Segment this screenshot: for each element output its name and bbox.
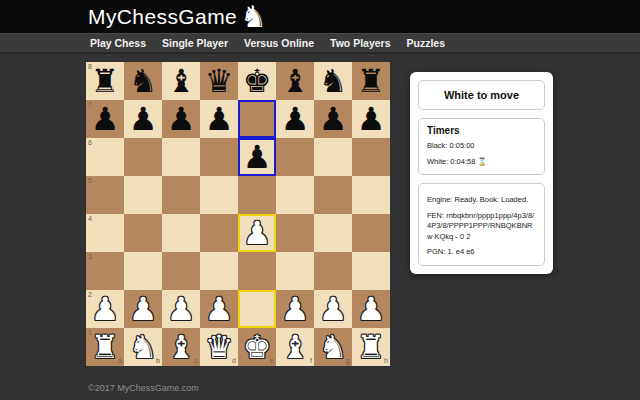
square-f6[interactable] xyxy=(276,138,314,176)
square-e7[interactable] xyxy=(238,100,276,138)
game-info-panel: White to move Timers Black: 0:05:00 Whit… xyxy=(410,72,553,274)
rank-label-5: 5 xyxy=(88,177,92,185)
white-timer: White: 0:04:58 ⌛ xyxy=(427,157,536,168)
square-b1[interactable]: b♞ xyxy=(124,328,162,366)
square-g8[interactable]: ♞ xyxy=(314,62,352,100)
square-g1[interactable]: g♞ xyxy=(314,328,352,366)
white-timer-value: White: 0:04:58 xyxy=(427,157,475,166)
black-pawn[interactable]: ♟ xyxy=(314,100,352,138)
timers-section: Timers Black: 0:05:00 White: 0:04:58 ⌛ xyxy=(418,118,545,175)
square-h7[interactable]: ♟ xyxy=(352,100,390,138)
square-b7[interactable]: ♟ xyxy=(124,100,162,138)
square-h2[interactable]: ♟ xyxy=(352,290,390,328)
main-nav: Play Chess Single Player Versus Online T… xyxy=(0,33,640,54)
square-g6[interactable] xyxy=(314,138,352,176)
square-c7[interactable]: ♟ xyxy=(162,100,200,138)
fen-text: FEN: rnbqkbnr/pppp1ppp/4p3/8/4P3/8/PPPP1… xyxy=(427,211,536,243)
white-pawn[interactable]: ♟ xyxy=(86,290,124,328)
square-f5[interactable] xyxy=(276,176,314,214)
square-g5[interactable] xyxy=(314,176,352,214)
square-b5[interactable] xyxy=(124,176,162,214)
white-king[interactable]: ♚ xyxy=(238,328,276,366)
square-f7[interactable]: ♟ xyxy=(276,100,314,138)
square-d8[interactable]: ♛ xyxy=(200,62,238,100)
square-e5[interactable] xyxy=(238,176,276,214)
square-d7[interactable]: ♟ xyxy=(200,100,238,138)
square-a5[interactable]: 5 xyxy=(86,176,124,214)
black-knight[interactable]: ♞ xyxy=(124,62,162,100)
app-title: MyChessGame xyxy=(88,5,237,29)
square-a8[interactable]: 8♜ xyxy=(86,62,124,100)
black-timer: Black: 0:05:00 xyxy=(427,141,536,152)
black-pawn[interactable]: ♟ xyxy=(238,138,276,176)
square-f4[interactable] xyxy=(276,214,314,252)
white-pawn[interactable]: ♟ xyxy=(124,290,162,328)
white-pawn[interactable]: ♟ xyxy=(314,290,352,328)
square-f1[interactable]: f♝ xyxy=(276,328,314,366)
knight-logo-icon: ♞ xyxy=(240,3,267,31)
white-pawn[interactable]: ♟ xyxy=(200,290,238,328)
engine-status: Engine: Ready. Book: Loaded. xyxy=(427,195,536,206)
square-h3[interactable] xyxy=(352,252,390,290)
square-b8[interactable]: ♞ xyxy=(124,62,162,100)
square-b2[interactable]: ♟ xyxy=(124,290,162,328)
square-d1[interactable]: d♛ xyxy=(200,328,238,366)
white-rook[interactable]: ♜ xyxy=(352,328,390,366)
white-pawn[interactable]: ♟ xyxy=(238,214,276,252)
black-bishop[interactable]: ♝ xyxy=(162,62,200,100)
square-b6[interactable] xyxy=(124,138,162,176)
rank-label-4: 4 xyxy=(88,215,92,223)
square-g2[interactable]: ♟ xyxy=(314,290,352,328)
square-d4[interactable] xyxy=(200,214,238,252)
square-g7[interactable]: ♟ xyxy=(314,100,352,138)
pgn-text: PGN: 1. e4 e6 xyxy=(427,247,536,258)
square-a2[interactable]: 2♟ xyxy=(86,290,124,328)
rank-label-6: 6 xyxy=(88,139,92,147)
square-e8[interactable]: ♚ xyxy=(238,62,276,100)
nav-item-play-chess[interactable]: Play Chess xyxy=(90,37,146,49)
square-e1[interactable]: e♚ xyxy=(238,328,276,366)
square-h1[interactable]: h♜ xyxy=(352,328,390,366)
square-d3[interactable] xyxy=(200,252,238,290)
rank-label-3: 3 xyxy=(88,253,92,261)
nav-item-versus-online[interactable]: Versus Online xyxy=(244,37,314,49)
square-d2[interactable]: ♟ xyxy=(200,290,238,328)
square-g4[interactable] xyxy=(314,214,352,252)
square-a6[interactable]: 6 xyxy=(86,138,124,176)
black-pawn[interactable]: ♟ xyxy=(276,100,314,138)
square-c8[interactable]: ♝ xyxy=(162,62,200,100)
square-h6[interactable] xyxy=(352,138,390,176)
square-d6[interactable] xyxy=(200,138,238,176)
white-pawn[interactable]: ♟ xyxy=(162,290,200,328)
nav-item-two-players[interactable]: Two Players xyxy=(330,37,391,49)
white-pawn[interactable]: ♟ xyxy=(276,290,314,328)
copyright-text: ©2017 MyChessGame.com xyxy=(88,383,199,393)
white-bishop[interactable]: ♝ xyxy=(162,328,200,366)
engine-section: Engine: Ready. Book: Loaded. FEN: rnbqkb… xyxy=(418,183,545,266)
white-rook[interactable]: ♜ xyxy=(86,328,124,366)
square-a1[interactable]: 1a♜ xyxy=(86,328,124,366)
square-h4[interactable] xyxy=(352,214,390,252)
black-rook[interactable]: ♜ xyxy=(86,62,124,100)
square-b3[interactable] xyxy=(124,252,162,290)
square-c2[interactable]: ♟ xyxy=(162,290,200,328)
white-pawn[interactable]: ♟ xyxy=(352,290,390,328)
square-c1[interactable]: c♝ xyxy=(162,328,200,366)
black-queen[interactable]: ♛ xyxy=(200,62,238,100)
white-bishop[interactable]: ♝ xyxy=(276,328,314,366)
square-h8[interactable]: ♜ xyxy=(352,62,390,100)
turn-indicator: White to move xyxy=(418,80,545,110)
nav-item-single-player[interactable]: Single Player xyxy=(162,37,228,49)
black-king[interactable]: ♚ xyxy=(238,62,276,100)
square-f2[interactable]: ♟ xyxy=(276,290,314,328)
square-e6[interactable]: ♟ xyxy=(238,138,276,176)
square-b4[interactable] xyxy=(124,214,162,252)
square-a4[interactable]: 4 xyxy=(86,214,124,252)
square-d5[interactable] xyxy=(200,176,238,214)
black-pawn[interactable]: ♟ xyxy=(124,100,162,138)
black-knight[interactable]: ♞ xyxy=(314,62,352,100)
square-e3[interactable] xyxy=(238,252,276,290)
black-pawn[interactable]: ♟ xyxy=(352,100,390,138)
square-a7[interactable]: 7♟ xyxy=(86,100,124,138)
black-pawn[interactable]: ♟ xyxy=(162,100,200,138)
white-knight[interactable]: ♞ xyxy=(314,328,352,366)
square-g3[interactable] xyxy=(314,252,352,290)
square-e2[interactable] xyxy=(238,290,276,328)
square-a3[interactable]: 3 xyxy=(86,252,124,290)
turn-status-text: White to move xyxy=(427,87,536,103)
chess-board: 8♜♞♝♛♚♝♞♜7♟♟♟♟♟♟♟6♟54♟32♟♟♟♟♟♟♟1a♜b♞c♝d♛… xyxy=(86,62,390,366)
nav-item-puzzles[interactable]: Puzzles xyxy=(407,37,446,49)
square-c6[interactable] xyxy=(162,138,200,176)
black-bishop[interactable]: ♝ xyxy=(276,62,314,100)
white-queen[interactable]: ♛ xyxy=(200,328,238,366)
black-pawn[interactable]: ♟ xyxy=(86,100,124,138)
app-header: MyChessGame ♞ xyxy=(0,0,640,33)
square-c4[interactable] xyxy=(162,214,200,252)
square-h5[interactable] xyxy=(352,176,390,214)
square-f3[interactable] xyxy=(276,252,314,290)
timers-heading: Timers xyxy=(427,125,536,136)
square-e4[interactable]: ♟ xyxy=(238,214,276,252)
hourglass-icon: ⌛ xyxy=(477,157,486,166)
black-rook[interactable]: ♜ xyxy=(352,62,390,100)
square-c5[interactable] xyxy=(162,176,200,214)
black-pawn[interactable]: ♟ xyxy=(200,100,238,138)
white-knight[interactable]: ♞ xyxy=(124,328,162,366)
square-c3[interactable] xyxy=(162,252,200,290)
square-f8[interactable]: ♝ xyxy=(276,62,314,100)
